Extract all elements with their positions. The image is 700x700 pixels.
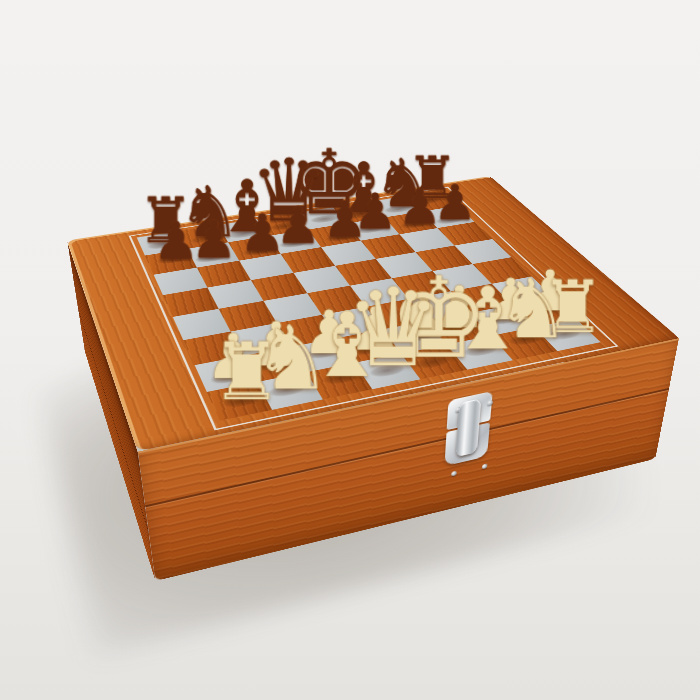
rook-glyph: ♜ <box>211 335 282 410</box>
box-lid-top: ♜♞♝♛♚♝♞♜♟♟♟♟♟♟♟♟♟♟♟♟♟♟♟♟♜♞♝♛♚♝♞♜ <box>67 176 679 451</box>
screw-icon <box>487 400 493 406</box>
screw-icon <box>482 463 488 469</box>
screw-icon <box>451 471 457 477</box>
product-photo-scene: ♜♞♝♛♚♝♞♜♟♟♟♟♟♟♟♟♟♟♟♟♟♟♟♟♜♞♝♛♚♝♞♜ <box>0 0 700 700</box>
clasp-latch-icon <box>440 390 497 475</box>
chess-box: ♜♞♝♛♚♝♞♜♟♟♟♟♟♟♟♟♟♟♟♟♟♟♟♟♜♞♝♛♚♝♞♜ <box>85 278 656 579</box>
